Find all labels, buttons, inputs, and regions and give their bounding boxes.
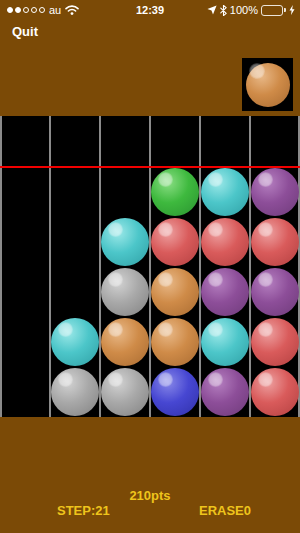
ball-red[interactable] xyxy=(251,218,299,266)
column-grid-line xyxy=(249,116,251,417)
column-grid-line xyxy=(99,116,101,417)
ball-cyan[interactable] xyxy=(201,168,249,216)
ball-purple[interactable] xyxy=(201,368,249,416)
battery-icon xyxy=(261,5,283,16)
ball-gray[interactable] xyxy=(101,368,149,416)
column-grid-line xyxy=(49,116,51,417)
battery-tip xyxy=(284,8,286,12)
charging-bolt-icon xyxy=(289,5,295,15)
ball-purple[interactable] xyxy=(251,268,299,316)
status-right: 100% xyxy=(207,3,295,17)
column-grid-line xyxy=(199,116,201,417)
ball-purple[interactable] xyxy=(201,268,249,316)
score-label: 210pts xyxy=(0,488,300,503)
next-ball xyxy=(246,63,290,107)
column-grid-line xyxy=(149,116,151,417)
ball-blue[interactable] xyxy=(151,368,199,416)
ball-gray[interactable] xyxy=(51,368,99,416)
column-grid-line xyxy=(298,116,300,417)
limit-line xyxy=(0,166,300,168)
ball-cyan[interactable] xyxy=(101,218,149,266)
ball-gray[interactable] xyxy=(101,268,149,316)
erase-counter-label: ERASE0 xyxy=(199,503,251,518)
battery-percent-label: 100% xyxy=(230,4,258,16)
ball-red[interactable] xyxy=(201,218,249,266)
column-grid-line xyxy=(0,116,2,417)
ball-cyan[interactable] xyxy=(201,318,249,366)
step-counter-label: STEP:21 xyxy=(57,503,110,518)
location-arrow-icon xyxy=(207,5,217,15)
ball-purple[interactable] xyxy=(251,168,299,216)
ball-orange[interactable] xyxy=(151,318,199,366)
bluetooth-icon xyxy=(220,5,227,16)
ball-orange[interactable] xyxy=(151,268,199,316)
ball-red[interactable] xyxy=(251,368,299,416)
ball-orange[interactable] xyxy=(101,318,149,366)
ball-green[interactable] xyxy=(151,168,199,216)
ball-cyan[interactable] xyxy=(51,318,99,366)
next-ball-preview xyxy=(242,58,293,111)
quit-button[interactable]: Quit xyxy=(12,24,38,39)
status-bar: au 12:39 100% xyxy=(0,0,300,20)
ball-red[interactable] xyxy=(251,318,299,366)
game-board[interactable] xyxy=(0,116,300,417)
ball-red[interactable] xyxy=(151,218,199,266)
